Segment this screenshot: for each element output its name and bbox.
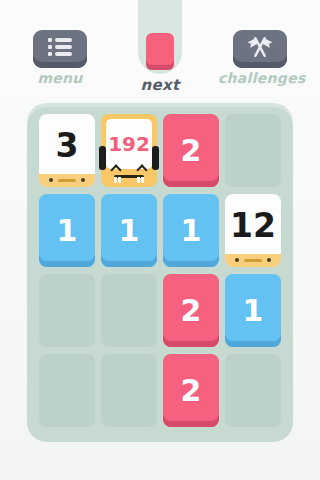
- challenges-label: challenges: [218, 70, 302, 86]
- menu-button[interactable]: [33, 30, 87, 68]
- character-tooth: [118, 177, 121, 183]
- tile-number: 192: [106, 119, 152, 169]
- character-mouth: [58, 179, 76, 182]
- cell-r3c1: [39, 274, 95, 347]
- next-label: next: [125, 76, 195, 94]
- character-eye-left: [49, 178, 53, 182]
- cell-r2c2: 1: [101, 194, 157, 267]
- cell-r1c3: 2: [163, 114, 219, 187]
- tile-number: 12: [230, 206, 276, 245]
- cell-r4c3: 2: [163, 354, 219, 427]
- cell-r2c1: 1: [39, 194, 95, 267]
- crossed-flags-icon: [246, 34, 274, 60]
- cell-r4c4: [225, 354, 281, 427]
- cell-r3c2: [101, 274, 157, 347]
- tile-2[interactable]: 2: [163, 274, 219, 347]
- character-ear-left: [99, 146, 106, 170]
- menu-list-icon: [48, 38, 72, 56]
- character-tooth: [141, 177, 144, 183]
- next-tile: [146, 33, 174, 70]
- character-ear-right: [152, 146, 159, 170]
- menu-label: menu: [26, 70, 94, 86]
- tile-192[interactable]: 192: [101, 114, 157, 187]
- tile-3[interactable]: 3: [39, 114, 95, 187]
- tile-1[interactable]: 1: [39, 194, 95, 267]
- character-face-strip: [225, 254, 281, 267]
- character-eye-right: [81, 178, 85, 182]
- character-eye-left: [235, 258, 239, 262]
- character-eye-right: [267, 258, 271, 262]
- tile-1[interactable]: 1: [225, 274, 281, 347]
- cell-r2c3: 1: [163, 194, 219, 267]
- threes-game-screen: next menu challenges 3192211112212: [0, 0, 320, 480]
- cell-r3c4: 1: [225, 274, 281, 347]
- character-mouth: [244, 259, 262, 262]
- tile-2[interactable]: 2: [163, 354, 219, 427]
- tile-1[interactable]: 1: [163, 194, 219, 267]
- challenges-button[interactable]: [233, 30, 287, 68]
- tile-number: 3: [56, 126, 79, 165]
- cell-r3c3: 2: [163, 274, 219, 347]
- cell-r4c1: [39, 354, 95, 427]
- tile-12[interactable]: 12: [225, 194, 281, 267]
- tile-1[interactable]: 1: [101, 194, 157, 267]
- cell-r1c2: 192: [101, 114, 157, 187]
- character-tooth: [137, 177, 140, 183]
- board-grid: 3192211112212: [27, 103, 293, 442]
- cell-r2c4: 12: [225, 194, 281, 267]
- next-tile-slot: [138, 0, 182, 74]
- cell-r1c4: [225, 114, 281, 187]
- game-board[interactable]: 3192211112212: [27, 103, 293, 442]
- cell-r4c2: [101, 354, 157, 427]
- tile-2[interactable]: 2: [163, 114, 219, 187]
- cell-r1c1: 3: [39, 114, 95, 187]
- character-face-strip: [39, 174, 95, 187]
- character-tooth: [114, 177, 117, 183]
